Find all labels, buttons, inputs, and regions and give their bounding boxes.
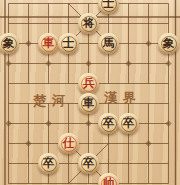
- black-soldier[interactable]: 卒: [118, 113, 139, 134]
- black-soldier[interactable]: 卒: [38, 153, 59, 174]
- river-label-chu-he: 楚河: [33, 92, 71, 110]
- red-soldier[interactable]: 兵: [78, 73, 99, 94]
- red-advisor[interactable]: 仕: [58, 133, 79, 154]
- river-label-han-jie: 漢界: [104, 89, 142, 107]
- black-chariot[interactable]: 車: [78, 93, 99, 114]
- red-chariot[interactable]: 車: [38, 33, 59, 54]
- black-general[interactable]: 将: [78, 13, 99, 34]
- black-elephant[interactable]: 象: [158, 33, 179, 54]
- black-horse[interactable]: 馬: [98, 33, 119, 54]
- black-soldier[interactable]: 卒: [98, 113, 119, 134]
- xiangqi-board: 楚河 漢界 士将象車士馬象兵車卒卒仕卒卒帅: [0, 0, 180, 185]
- black-soldier[interactable]: 卒: [78, 153, 99, 174]
- black-advisor[interactable]: 士: [58, 33, 79, 54]
